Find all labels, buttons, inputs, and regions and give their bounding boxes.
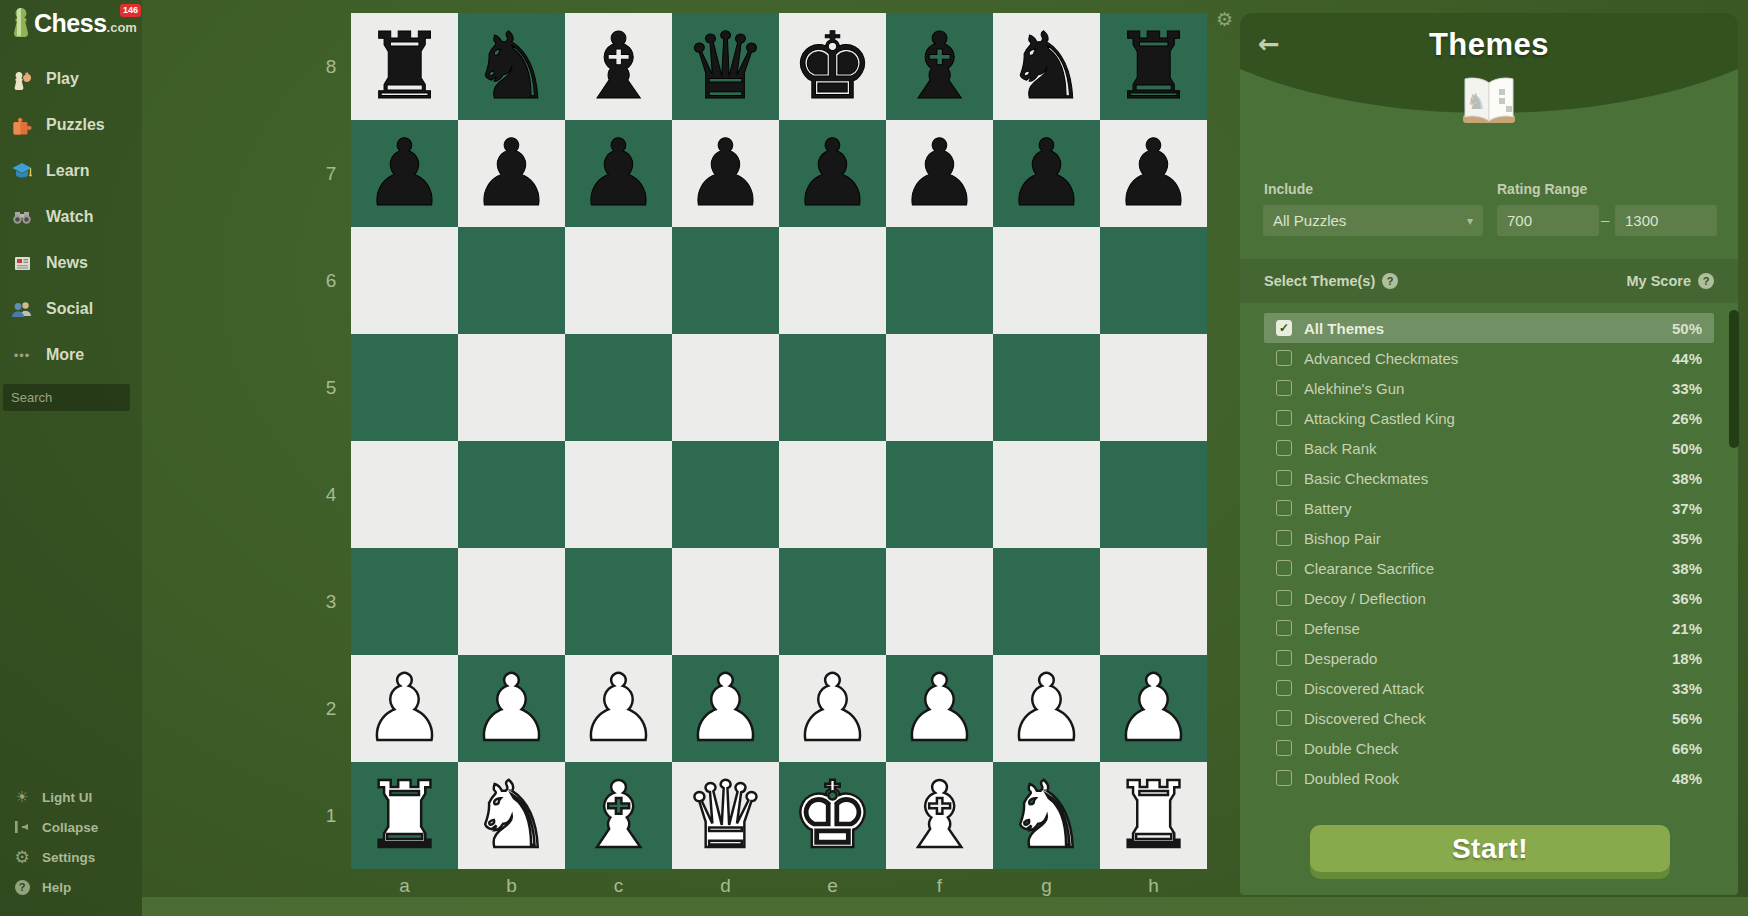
back-arrow-icon[interactable]: ← <box>1258 31 1280 57</box>
theme-row-decoy-deflection[interactable]: Decoy / Deflection36% <box>1264 583 1714 613</box>
theme-row-double-check[interactable]: Double Check66% <box>1264 733 1714 763</box>
black-pawn[interactable]: ♟ <box>993 120 1100 227</box>
square-c7[interactable]: ♟ <box>565 120 672 227</box>
rank-label-4: 4 <box>318 441 344 548</box>
util-label: Light UI <box>42 790 92 805</box>
square-g1[interactable]: ♞ <box>993 762 1100 869</box>
black-knight[interactable]: ♞ <box>993 13 1100 120</box>
square-e2[interactable]: ♟ <box>779 655 886 762</box>
black-pawn[interactable]: ♟ <box>351 120 458 227</box>
rank-label-7: 7 <box>318 120 344 227</box>
sidebar-item-label: More <box>46 346 84 364</box>
white-king[interactable]: ♚ <box>779 762 886 869</box>
file-label-g: g <box>993 872 1100 900</box>
theme-score: 35% <box>1672 530 1702 547</box>
themes-book-icon: ♞ <box>1457 75 1521 133</box>
square-f4[interactable] <box>886 441 993 548</box>
white-pawn[interactable]: ♟ <box>779 655 886 762</box>
file-label-e: e <box>779 872 886 900</box>
sidebar: Chess .com 146 Play <box>0 0 142 916</box>
square-h2[interactable]: ♟ <box>1100 655 1207 762</box>
theme-score: 38% <box>1672 560 1702 577</box>
my-score-label: My Score <box>1627 273 1691 289</box>
square-f8[interactable]: ♝ <box>886 13 993 120</box>
themes-list-header: Select Theme(s) ? My Score ? <box>1240 259 1738 303</box>
sidebar-item-label: Puzzles <box>46 116 105 134</box>
square-e4[interactable] <box>779 441 886 548</box>
sidebar-item-label: News <box>46 254 88 272</box>
app-background: Chess .com 146 Play <box>0 0 1748 916</box>
theme-name: Decoy / Deflection <box>1304 590 1672 607</box>
black-pawn[interactable]: ♟ <box>886 120 993 227</box>
theme-row-battery[interactable]: Battery37% <box>1264 493 1714 523</box>
rating-min-input[interactable] <box>1497 205 1599 236</box>
more-dots-icon: ••• <box>10 343 34 367</box>
notification-badge[interactable]: 146 <box>120 4 141 17</box>
watch-binoculars-icon <box>10 205 34 229</box>
square-c3[interactable] <box>565 548 672 655</box>
square-e1[interactable]: ♚ <box>779 762 886 869</box>
square-d6[interactable] <box>672 227 779 334</box>
square-e8[interactable]: ♚ <box>779 13 886 120</box>
chess-board[interactable]: ♜♞♝♛♚♝♞♜♟♟♟♟♟♟♟♟♟♟♟♟♟♟♟♟♜♞♝♛♚♝♞♜ <box>351 13 1207 869</box>
white-queen[interactable]: ♛ <box>672 762 779 869</box>
square-c6[interactable] <box>565 227 672 334</box>
theme-score: 50% <box>1672 440 1702 457</box>
puzzles-icon <box>10 113 34 137</box>
square-a4[interactable] <box>351 441 458 548</box>
theme-checkbox[interactable] <box>1276 350 1292 366</box>
square-f5[interactable] <box>886 334 993 441</box>
square-f1[interactable]: ♝ <box>886 762 993 869</box>
theme-score: 36% <box>1672 590 1702 607</box>
rank-label-3: 3 <box>318 548 344 655</box>
theme-checkbox[interactable] <box>1276 680 1292 696</box>
panel-title: Themes <box>1240 27 1738 63</box>
square-d2[interactable]: ♟ <box>672 655 779 762</box>
include-label: Include <box>1264 181 1313 197</box>
square-d7[interactable]: ♟ <box>672 120 779 227</box>
square-d4[interactable] <box>672 441 779 548</box>
white-bishop[interactable]: ♝ <box>565 762 672 869</box>
theme-score: 21% <box>1672 620 1702 637</box>
settings-button[interactable]: ⚙ Settings <box>0 842 142 872</box>
logo-pawn-icon <box>8 6 34 38</box>
include-dropdown[interactable]: All Puzzles ▾ <box>1263 205 1483 236</box>
file-label-a: a <box>351 872 458 900</box>
theme-name: Advanced Checkmates <box>1304 350 1672 367</box>
black-pawn[interactable]: ♟ <box>1100 120 1207 227</box>
white-pawn[interactable]: ♟ <box>351 655 458 762</box>
theme-name: Back Rank <box>1304 440 1672 457</box>
collapse-icon <box>12 818 32 836</box>
black-pawn[interactable]: ♟ <box>565 120 672 227</box>
black-queen[interactable]: ♛ <box>672 13 779 120</box>
board-settings-gear-icon[interactable]: ⚙ <box>1216 8 1233 30</box>
theme-checkbox[interactable] <box>1276 410 1292 426</box>
theme-row-alekhine-s-gun[interactable]: Alekhine's Gun33% <box>1264 373 1714 403</box>
theme-score: 56% <box>1672 710 1702 727</box>
start-button[interactable]: Start! <box>1310 825 1670 872</box>
sidebar-item-play[interactable]: Play <box>0 56 142 102</box>
sidebar-item-label: Watch <box>46 208 93 226</box>
logo-brand: Chess <box>34 8 107 38</box>
square-b1[interactable]: ♞ <box>458 762 565 869</box>
theme-checkbox[interactable] <box>1276 440 1292 456</box>
square-h1[interactable]: ♜ <box>1100 762 1207 869</box>
white-rook[interactable]: ♜ <box>351 762 458 869</box>
square-h7[interactable]: ♟ <box>1100 120 1207 227</box>
square-f7[interactable]: ♟ <box>886 120 993 227</box>
square-b3[interactable] <box>458 548 565 655</box>
theme-row-defense[interactable]: Defense21% <box>1264 613 1714 643</box>
help-button[interactable]: ? Help <box>0 872 142 902</box>
white-pawn[interactable]: ♟ <box>1100 655 1207 762</box>
square-c1[interactable]: ♝ <box>565 762 672 869</box>
theme-checkbox[interactable] <box>1276 710 1292 726</box>
rank-label-2: 2 <box>318 655 344 762</box>
black-pawn[interactable]: ♟ <box>672 120 779 227</box>
theme-row-basic-checkmates[interactable]: Basic Checkmates38% <box>1264 463 1714 493</box>
scrollbar-thumb[interactable] <box>1729 310 1739 448</box>
util-label: Collapse <box>42 820 98 835</box>
file-label-b: b <box>458 872 565 900</box>
theme-score: 50% <box>1672 320 1702 337</box>
svg-text:♞: ♞ <box>1466 89 1486 114</box>
sidebar-item-more[interactable]: ••• More <box>0 332 142 378</box>
white-pawn[interactable]: ♟ <box>886 655 993 762</box>
theme-name: Attacking Castled King <box>1304 410 1672 427</box>
theme-checkbox[interactable] <box>1276 590 1292 606</box>
select-themes-label: Select Theme(s) <box>1264 273 1375 289</box>
square-g6[interactable] <box>993 227 1100 334</box>
black-bishop[interactable]: ♝ <box>565 13 672 120</box>
square-g4[interactable] <box>993 441 1100 548</box>
white-pawn[interactable]: ♟ <box>993 655 1100 762</box>
collapse-button[interactable]: Collapse <box>0 812 142 842</box>
black-pawn[interactable]: ♟ <box>779 120 886 227</box>
square-b2[interactable]: ♟ <box>458 655 565 762</box>
square-f2[interactable]: ♟ <box>886 655 993 762</box>
rank-label-8: 8 <box>318 13 344 120</box>
square-f6[interactable] <box>886 227 993 334</box>
file-label-h: h <box>1100 872 1207 900</box>
theme-score: 48% <box>1672 770 1702 787</box>
sidebar-item-news[interactable]: News <box>0 240 142 286</box>
play-hand-pawn-icon <box>10 67 34 91</box>
square-h4[interactable] <box>1100 441 1207 548</box>
square-d8[interactable]: ♛ <box>672 13 779 120</box>
util-label: Help <box>42 880 71 895</box>
theme-score: 44% <box>1672 350 1702 367</box>
square-c8[interactable]: ♝ <box>565 13 672 120</box>
theme-row-back-rank[interactable]: Back Rank50% <box>1264 433 1714 463</box>
square-a1[interactable]: ♜ <box>351 762 458 869</box>
social-people-icon <box>10 297 34 321</box>
theme-row-discovered-check[interactable]: Discovered Check56% <box>1264 703 1714 733</box>
theme-row-desperado[interactable]: Desperado18% <box>1264 643 1714 673</box>
theme-name: Doubled Rook <box>1304 770 1672 787</box>
white-pawn[interactable]: ♟ <box>672 655 779 762</box>
news-newspaper-icon <box>10 251 34 275</box>
white-bishop[interactable]: ♝ <box>886 762 993 869</box>
theme-row-advanced-checkmates[interactable]: Advanced Checkmates44% <box>1264 343 1714 373</box>
theme-checkbox[interactable] <box>1276 470 1292 486</box>
theme-row-discovered-attack[interactable]: Discovered Attack33% <box>1264 673 1714 703</box>
black-rook[interactable]: ♜ <box>351 13 458 120</box>
sidebar-item-label: Social <box>46 300 93 318</box>
square-a3[interactable] <box>351 548 458 655</box>
square-d3[interactable] <box>672 548 779 655</box>
rank-label-1: 1 <box>318 762 344 869</box>
square-a8[interactable]: ♜ <box>351 13 458 120</box>
theme-checkbox[interactable] <box>1276 650 1292 666</box>
chevron-down-icon: ▾ <box>1467 214 1473 228</box>
square-c4[interactable] <box>565 441 672 548</box>
theme-checkbox[interactable] <box>1276 560 1292 576</box>
theme-name: Discovered Check <box>1304 710 1672 727</box>
square-h5[interactable] <box>1100 334 1207 441</box>
theme-name: Alekhine's Gun <box>1304 380 1672 397</box>
square-e3[interactable] <box>779 548 886 655</box>
light-ui-toggle[interactable]: ☀ Light UI <box>0 782 142 812</box>
theme-checkbox[interactable] <box>1276 380 1292 396</box>
themes-list: ✓All Themes50%Advanced Checkmates44%Alek… <box>1240 313 1738 793</box>
theme-name: Battery <box>1304 500 1672 517</box>
file-label-f: f <box>886 872 993 900</box>
sidebar-item-puzzles[interactable]: Puzzles <box>0 102 142 148</box>
theme-name: Double Check <box>1304 740 1672 757</box>
square-b8[interactable]: ♞ <box>458 13 565 120</box>
theme-row-all-themes[interactable]: ✓All Themes50% <box>1264 313 1714 343</box>
theme-score: 26% <box>1672 410 1702 427</box>
black-bishop[interactable]: ♝ <box>886 13 993 120</box>
theme-score: 33% <box>1672 380 1702 397</box>
learn-cap-icon <box>10 159 34 183</box>
sidebar-item-label: Learn <box>46 162 90 180</box>
square-b6[interactable] <box>458 227 565 334</box>
square-g2[interactable]: ♟ <box>993 655 1100 762</box>
theme-checkbox[interactable] <box>1276 500 1292 516</box>
square-e6[interactable] <box>779 227 886 334</box>
util-label: Settings <box>42 850 95 865</box>
include-value: All Puzzles <box>1273 212 1467 229</box>
rank-label-6: 6 <box>318 227 344 334</box>
square-b7[interactable]: ♟ <box>458 120 565 227</box>
theme-checkbox[interactable] <box>1276 740 1292 756</box>
theme-score: 37% <box>1672 500 1702 517</box>
rank-label-5: 5 <box>318 334 344 441</box>
black-pawn[interactable]: ♟ <box>458 120 565 227</box>
square-d5[interactable] <box>672 334 779 441</box>
white-knight[interactable]: ♞ <box>458 762 565 869</box>
square-g7[interactable]: ♟ <box>993 120 1100 227</box>
white-rook[interactable]: ♜ <box>1100 762 1207 869</box>
theme-row-attacking-castled-king[interactable]: Attacking Castled King26% <box>1264 403 1714 433</box>
square-a5[interactable] <box>351 334 458 441</box>
square-d1[interactable]: ♛ <box>672 762 779 869</box>
square-a6[interactable] <box>351 227 458 334</box>
square-c5[interactable] <box>565 334 672 441</box>
square-f3[interactable] <box>886 548 993 655</box>
square-a2[interactable]: ♟ <box>351 655 458 762</box>
help-icon: ? <box>12 878 32 896</box>
square-e7[interactable]: ♟ <box>779 120 886 227</box>
theme-checkbox[interactable]: ✓ <box>1276 320 1292 336</box>
sidebar-item-learn[interactable]: Learn <box>0 148 142 194</box>
square-h8[interactable]: ♜ <box>1100 13 1207 120</box>
theme-row-doubled-rook[interactable]: Doubled Rook48% <box>1264 763 1714 793</box>
logo-tld: .com <box>107 20 137 38</box>
theme-name: Discovered Attack <box>1304 680 1672 697</box>
file-label-c: c <box>565 872 672 900</box>
my-score-help-icon[interactable]: ? <box>1698 273 1714 289</box>
gear-icon: ⚙ <box>12 848 32 866</box>
theme-score: 33% <box>1672 680 1702 697</box>
chesscom-logo[interactable]: Chess .com 146 <box>8 6 137 38</box>
sidebar-item-watch[interactable]: Watch <box>0 194 142 240</box>
square-b5[interactable] <box>458 334 565 441</box>
black-king[interactable]: ♚ <box>779 13 886 120</box>
file-label-d: d <box>672 872 779 900</box>
white-knight[interactable]: ♞ <box>993 762 1100 869</box>
square-a7[interactable]: ♟ <box>351 120 458 227</box>
theme-name: Bishop Pair <box>1304 530 1672 547</box>
theme-name: Basic Checkmates <box>1304 470 1672 487</box>
theme-row-bishop-pair[interactable]: Bishop Pair35% <box>1264 523 1714 553</box>
rating-max-input[interactable] <box>1615 205 1717 236</box>
square-h6[interactable] <box>1100 227 1207 334</box>
theme-score: 38% <box>1672 470 1702 487</box>
square-h3[interactable] <box>1100 548 1207 655</box>
square-g3[interactable] <box>993 548 1100 655</box>
theme-score: 18% <box>1672 650 1702 667</box>
sidebar-item-social[interactable]: Social <box>0 286 142 332</box>
rating-separator: – <box>1601 211 1609 228</box>
theme-name: Desperado <box>1304 650 1672 667</box>
theme-name: Clearance Sacrifice <box>1304 560 1672 577</box>
black-knight[interactable]: ♞ <box>458 13 565 120</box>
theme-name: All Themes <box>1304 320 1672 337</box>
theme-score: 66% <box>1672 740 1702 757</box>
square-g8[interactable]: ♞ <box>993 13 1100 120</box>
themes-panel: ← Themes ♞ Include All Puzzles ▾ Rating … <box>1240 13 1738 895</box>
theme-row-clearance-sacrifice[interactable]: Clearance Sacrifice38% <box>1264 553 1714 583</box>
square-g5[interactable] <box>993 334 1100 441</box>
rating-range-label: Rating Range <box>1497 181 1587 197</box>
theme-checkbox[interactable] <box>1276 620 1292 636</box>
square-e5[interactable] <box>779 334 886 441</box>
select-themes-help-icon[interactable]: ? <box>1382 273 1398 289</box>
search-input[interactable] <box>3 384 130 411</box>
theme-name: Defense <box>1304 620 1672 637</box>
sun-icon: ☀ <box>12 788 32 806</box>
square-c2[interactable]: ♟ <box>565 655 672 762</box>
white-pawn[interactable]: ♟ <box>565 655 672 762</box>
sidebar-item-label: Play <box>46 70 79 88</box>
square-b4[interactable] <box>458 441 565 548</box>
theme-checkbox[interactable] <box>1276 530 1292 546</box>
theme-checkbox[interactable] <box>1276 770 1292 786</box>
white-pawn[interactable]: ♟ <box>458 655 565 762</box>
black-rook[interactable]: ♜ <box>1100 13 1207 120</box>
